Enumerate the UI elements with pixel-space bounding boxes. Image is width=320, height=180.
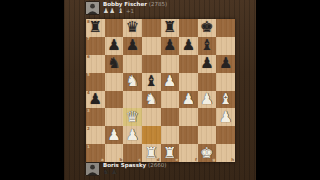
person-icon (86, 163, 99, 175)
piece-black-queen-icon[interactable]: ♛ (126, 20, 139, 35)
square-e7[interactable]: ♟ (161, 37, 180, 55)
square-g7[interactable]: ♝ (198, 37, 217, 55)
captured-white-pawn-icon: ♟ (109, 8, 115, 14)
square-h3[interactable]: ♟ (216, 108, 235, 126)
square-f1[interactable]: f (179, 144, 198, 162)
square-f3[interactable] (179, 108, 198, 126)
player-bottom: Boris Spassky (2660) ♞♟ (85, 162, 166, 176)
square-a4[interactable]: 4♟ (86, 91, 105, 109)
square-e6[interactable] (161, 55, 180, 73)
rank-label-3: 3 (87, 109, 90, 113)
square-e8[interactable]: ♜ (161, 19, 180, 37)
player-top-avatar[interactable] (85, 1, 100, 15)
square-a5[interactable]: 5 (86, 73, 105, 91)
square-d4[interactable]: ♞ (142, 91, 161, 109)
player-top-rating: (2785) (149, 1, 167, 7)
square-g5[interactable] (198, 73, 217, 91)
rank-label-7: 7 (87, 37, 90, 41)
player-bottom-captured-pieces: ♞♟ (103, 169, 166, 175)
square-c6[interactable] (123, 55, 142, 73)
video-frame: Bobby Fischer (2785) ♟♟♝+1 8♜♛♜♚7♟♟♟♟♝6♞… (0, 0, 320, 180)
piece-black-king-icon[interactable]: ♚ (200, 20, 213, 35)
square-f7[interactable]: ♟ (179, 37, 198, 55)
square-d8[interactable] (142, 19, 161, 37)
square-b3[interactable] (105, 108, 124, 126)
square-f2[interactable] (179, 126, 198, 144)
square-b8[interactable] (105, 19, 124, 37)
square-a2[interactable]: 2 (86, 126, 105, 144)
file-label-c: c (139, 158, 141, 162)
piece-white-pawn-icon[interactable]: ♟ (182, 91, 195, 106)
square-g3[interactable] (198, 108, 217, 126)
square-b7[interactable]: ♟ (105, 37, 124, 55)
square-a3[interactable]: 3 (86, 108, 105, 126)
rank-label-1: 1 (87, 145, 90, 149)
square-e5[interactable]: ♟ (161, 73, 180, 91)
player-bottom-rating: (2660) (148, 162, 166, 168)
square-h4[interactable]: ♝ (216, 91, 235, 109)
player-top: Bobby Fischer (2785) ♟♟♝+1 (85, 1, 167, 15)
piece-white-queen-icon[interactable]: ♛ (126, 109, 139, 124)
piece-white-pawn-icon[interactable]: ♟ (163, 74, 176, 89)
square-d5[interactable]: ♝ (142, 73, 161, 91)
piece-black-pawn-icon[interactable]: ♟ (219, 56, 232, 71)
square-d2[interactable] (142, 126, 161, 144)
piece-white-knight-icon[interactable]: ♞ (126, 74, 139, 89)
material-advantage: +1 (126, 8, 134, 14)
rank-label-2: 2 (87, 127, 90, 131)
square-b5[interactable] (105, 73, 124, 91)
player-bottom-avatar[interactable] (85, 162, 100, 176)
square-f5[interactable] (179, 73, 198, 91)
piece-black-bishop-icon[interactable]: ♝ (200, 38, 213, 53)
square-c5[interactable]: ♞ (123, 73, 142, 91)
chess-board[interactable]: 8♜♛♜♚7♟♟♟♟♝6♞♟♟5♞♝♟4♟♞♟♟♝3♛♟2♟♟1abcd♜e♜f… (86, 19, 235, 162)
square-c1[interactable]: c (123, 144, 142, 162)
square-f4[interactable]: ♟ (179, 91, 198, 109)
square-c2[interactable]: ♟ (123, 126, 142, 144)
piece-black-pawn-icon[interactable]: ♟ (163, 38, 176, 53)
piece-black-pawn-icon[interactable]: ♟ (89, 91, 102, 106)
piece-white-knight-icon[interactable]: ♞ (144, 91, 157, 106)
piece-black-bishop-icon[interactable]: ♝ (144, 74, 157, 89)
square-f8[interactable] (179, 19, 198, 37)
square-c8[interactable]: ♛ (123, 19, 142, 37)
square-b1[interactable]: b (105, 144, 124, 162)
square-a8[interactable]: 8♜ (86, 19, 105, 37)
piece-black-rook-icon[interactable]: ♜ (163, 20, 176, 35)
piece-white-pawn-icon[interactable]: ♟ (200, 91, 213, 106)
file-label-h: h (231, 158, 234, 162)
captured-white-bishop-icon: ♝ (118, 8, 124, 14)
square-g6[interactable]: ♟ (198, 55, 217, 73)
square-c7[interactable]: ♟ (123, 37, 142, 55)
piece-white-bishop-icon[interactable]: ♝ (219, 91, 232, 106)
square-h8[interactable] (216, 19, 235, 37)
square-a6[interactable]: 6 (86, 55, 105, 73)
piece-white-pawn-icon[interactable]: ♟ (126, 127, 139, 142)
piece-black-pawn-icon[interactable]: ♟ (107, 38, 120, 53)
piece-white-rook-icon[interactable]: ♜ (163, 145, 176, 160)
rank-label-6: 6 (87, 55, 90, 59)
square-b2[interactable]: ♟ (105, 126, 124, 144)
square-b6[interactable]: ♞ (105, 55, 124, 73)
piece-white-pawn-icon[interactable]: ♟ (219, 109, 232, 124)
file-label-a: a (101, 158, 104, 162)
file-label-f: f (195, 158, 197, 162)
square-g1[interactable]: g♚ (198, 144, 217, 162)
square-b4[interactable] (105, 91, 124, 109)
person-icon (86, 2, 99, 14)
square-d7[interactable] (142, 37, 161, 55)
square-c3[interactable]: ♛ (123, 108, 142, 126)
square-c4[interactable] (123, 91, 142, 109)
piece-black-pawn-icon[interactable]: ♟ (200, 56, 213, 71)
square-e1[interactable]: e♜ (161, 144, 180, 162)
piece-black-pawn-icon[interactable]: ♟ (182, 38, 195, 53)
captured-black-pawn-icon: ♟ (111, 169, 117, 175)
square-a1[interactable]: 1a (86, 144, 105, 162)
square-h7[interactable] (216, 37, 235, 55)
square-h2[interactable] (216, 126, 235, 144)
app-background: Bobby Fischer (2785) ♟♟♝+1 8♜♛♜♚7♟♟♟♟♝6♞… (64, 0, 256, 180)
player-bottom-name: Boris Spassky (103, 162, 146, 168)
square-e2[interactable] (161, 126, 180, 144)
square-a7[interactable]: 7 (86, 37, 105, 55)
piece-black-rook-icon[interactable]: ♜ (89, 20, 102, 35)
square-g8[interactable]: ♚ (198, 19, 217, 37)
square-h5[interactable] (216, 73, 235, 91)
square-g2[interactable] (198, 126, 217, 144)
square-e4[interactable] (161, 91, 180, 109)
square-d6[interactable] (142, 55, 161, 73)
piece-white-rook-icon[interactable]: ♜ (144, 145, 157, 160)
square-d1[interactable]: d♜ (142, 144, 161, 162)
piece-black-pawn-icon[interactable]: ♟ (126, 38, 139, 53)
piece-white-king-icon[interactable]: ♚ (200, 145, 213, 160)
square-h6[interactable]: ♟ (216, 55, 235, 73)
captured-white-pawn-icon: ♟ (103, 8, 109, 14)
square-f6[interactable] (179, 55, 198, 73)
file-label-b: b (119, 158, 122, 162)
player-top-captured-pieces: ♟♟♝+1 (103, 8, 167, 14)
captured-black-knight-icon: ♞ (103, 169, 109, 175)
square-h1[interactable]: h (216, 144, 235, 162)
square-e3[interactable] (161, 108, 180, 126)
rank-label-5: 5 (87, 73, 90, 77)
piece-black-knight-icon[interactable]: ♞ (107, 56, 120, 71)
square-g4[interactable]: ♟ (198, 91, 217, 109)
square-d3[interactable] (142, 108, 161, 126)
piece-white-pawn-icon[interactable]: ♟ (107, 127, 120, 142)
